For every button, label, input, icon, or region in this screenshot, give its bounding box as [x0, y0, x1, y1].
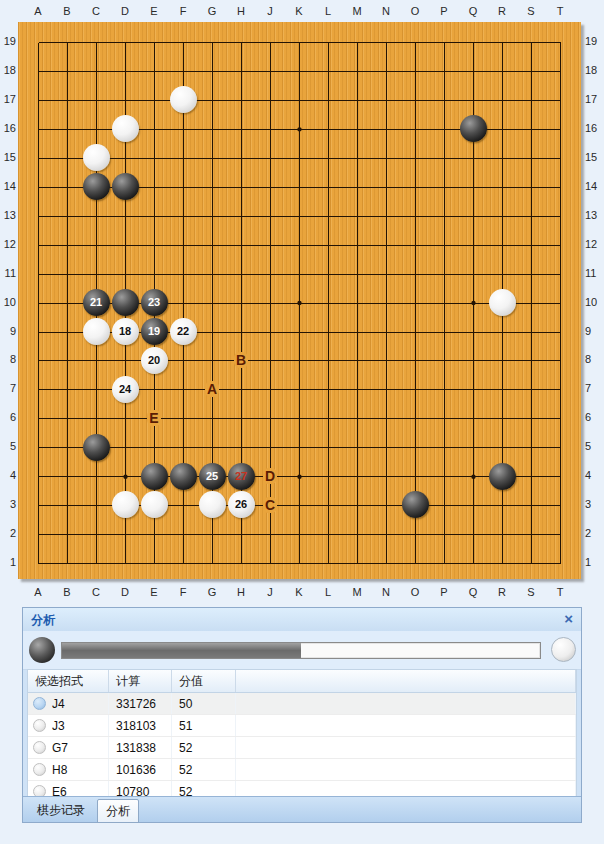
black-stone: 19: [141, 318, 168, 345]
point-E4[interactable]: [140, 462, 169, 491]
row-label-left-3: 3: [1, 498, 16, 510]
row-label-left-2: 2: [1, 527, 16, 539]
row-label-right-4: 4: [585, 469, 600, 481]
row-label-left-18: 18: [1, 64, 16, 76]
col-label-bottom-G: G: [202, 586, 222, 598]
winrate-bar-row: [23, 631, 581, 670]
marker-J4[interactable]: D: [256, 462, 285, 491]
row-label-right-7: 7: [585, 382, 600, 394]
header-empty: [236, 670, 576, 692]
point-F9[interactable]: 22: [169, 317, 198, 346]
col-label-bottom-T: T: [550, 586, 570, 598]
col-label-top-P: P: [434, 5, 454, 17]
row-label-left-7: 7: [1, 382, 16, 394]
candidate-empty-cell: [236, 715, 576, 736]
black-stone: [402, 491, 429, 518]
candidate-move-cell: H8: [28, 759, 109, 780]
candidate-ball-icon: [33, 741, 46, 754]
row-label-left-17: 17: [1, 93, 16, 105]
winrate-bar: [61, 642, 541, 659]
black-stone: 27: [228, 463, 255, 490]
row-label-left-12: 12: [1, 238, 16, 250]
white-stone: 26: [228, 491, 255, 518]
candidate-row-J4[interactable]: J433172650: [28, 693, 576, 715]
white-stone: [489, 289, 516, 316]
col-label-top-E: E: [144, 5, 164, 17]
row-label-left-16: 16: [1, 122, 16, 134]
black-stone: 23: [141, 289, 168, 316]
panel-title: 分析: [31, 612, 55, 629]
row-label-right-3: 3: [585, 498, 600, 510]
col-label-bottom-P: P: [434, 586, 454, 598]
row-label-right-15: 15: [585, 151, 600, 163]
candidate-move: J3: [52, 719, 65, 733]
point-C9[interactable]: [82, 317, 111, 346]
col-label-top-D: D: [115, 5, 135, 17]
row-label-left-10: 10: [1, 296, 16, 308]
marker-J3[interactable]: C: [256, 491, 285, 520]
candidate-row-G7[interactable]: G713183852: [28, 737, 576, 759]
row-label-left-19: 19: [1, 35, 16, 47]
point-D14[interactable]: [111, 172, 140, 201]
white-stone: [199, 491, 226, 518]
candidate-empty-cell: [236, 759, 576, 780]
candidate-marker-B: B: [234, 352, 248, 368]
point-C14[interactable]: [82, 172, 111, 201]
candidate-score: 52: [172, 759, 236, 780]
point-O3[interactable]: [401, 491, 430, 520]
row-label-left-8: 8: [1, 353, 16, 365]
point-G3[interactable]: [198, 491, 227, 520]
col-label-bottom-Q: Q: [463, 586, 483, 598]
tab-analysis[interactable]: 分析: [97, 799, 139, 823]
row-label-right-17: 17: [585, 93, 600, 105]
point-C15[interactable]: [82, 143, 111, 172]
white-stone: [112, 115, 139, 142]
candidate-empty-cell: [236, 737, 576, 758]
marker-G7[interactable]: A: [198, 375, 227, 404]
point-D9[interactable]: 18: [111, 317, 140, 346]
point-E8[interactable]: 20: [140, 346, 169, 375]
black-stone: 21: [83, 289, 110, 316]
col-label-bottom-K: K: [289, 586, 309, 598]
point-D16[interactable]: [111, 114, 140, 143]
candidate-ball-icon: [33, 763, 46, 776]
point-H4[interactable]: 27: [227, 462, 256, 491]
board-intersections[interactable]: 21231925271822202426ABCDE: [24, 28, 575, 578]
col-label-bottom-O: O: [405, 586, 425, 598]
go-analysis-app: 21231925271822202426ABCDE AABBCCDDEEFFGG…: [0, 0, 604, 844]
candidate-move-cell: G7: [28, 737, 109, 758]
candidate-computation: 101636: [109, 759, 172, 780]
col-label-top-L: L: [318, 5, 338, 17]
row-label-right-13: 13: [585, 209, 600, 221]
candidate-ball-icon: [33, 697, 46, 710]
row-label-right-8: 8: [585, 353, 600, 365]
point-Q16[interactable]: [459, 114, 488, 143]
row-label-left-15: 15: [1, 151, 16, 163]
tab-move-record[interactable]: 棋步记录: [29, 799, 93, 821]
point-D3[interactable]: [111, 491, 140, 520]
col-label-bottom-A: A: [28, 586, 48, 598]
col-label-bottom-J: J: [260, 586, 280, 598]
row-label-right-19: 19: [585, 35, 600, 47]
col-label-bottom-R: R: [492, 586, 512, 598]
winrate-bar-fill: [62, 643, 301, 658]
col-label-top-N: N: [376, 5, 396, 17]
white-stone: 20: [141, 347, 168, 374]
col-label-top-S: S: [521, 5, 541, 17]
col-label-top-J: J: [260, 5, 280, 17]
point-R4[interactable]: [488, 462, 517, 491]
marker-H8[interactable]: B: [227, 346, 256, 375]
candidate-score: 52: [172, 737, 236, 758]
candidate-move: G7: [52, 741, 68, 755]
col-label-bottom-N: N: [376, 586, 396, 598]
black-stone: [141, 463, 168, 490]
black-stone: [170, 463, 197, 490]
point-C10[interactable]: 21: [82, 288, 111, 317]
row-label-right-18: 18: [585, 64, 600, 76]
col-label-top-H: H: [231, 5, 251, 17]
col-label-bottom-M: M: [347, 586, 367, 598]
candidate-marker-D: D: [263, 468, 277, 484]
bottom-tab-strip: 棋步记录 分析: [23, 796, 581, 822]
point-R10[interactable]: [488, 288, 517, 317]
col-label-top-R: R: [492, 5, 512, 17]
candidate-empty-cell: [236, 693, 576, 714]
col-label-bottom-C: C: [86, 586, 106, 598]
point-F17[interactable]: [169, 85, 198, 114]
row-label-right-11: 11: [585, 267, 600, 279]
point-E3[interactable]: [140, 491, 169, 520]
candidate-marker-C: C: [263, 497, 277, 513]
candidate-move-cell: J3: [28, 715, 109, 736]
col-label-bottom-S: S: [521, 586, 541, 598]
row-label-left-14: 14: [1, 180, 16, 192]
white-stone-icon: [551, 637, 576, 662]
row-label-right-9: 9: [585, 325, 600, 337]
point-C5[interactable]: [82, 433, 111, 462]
point-D7[interactable]: 24: [111, 375, 140, 404]
row-label-left-6: 6: [1, 411, 16, 423]
point-F4[interactable]: [169, 462, 198, 491]
point-G4[interactable]: 25: [198, 462, 227, 491]
candidate-move: J4: [52, 697, 65, 711]
white-stone: [170, 86, 197, 113]
row-label-right-14: 14: [585, 180, 600, 192]
point-H3[interactable]: 26: [227, 491, 256, 520]
col-label-top-G: G: [202, 5, 222, 17]
row-label-left-13: 13: [1, 209, 16, 221]
point-D10[interactable]: [111, 288, 140, 317]
table-header-row: 候选招式 计算 分值: [28, 670, 576, 693]
candidate-computation: 331726: [109, 693, 172, 714]
row-label-right-12: 12: [585, 238, 600, 250]
table-body: J433172650J331810351G713183852H810163652…: [28, 693, 576, 799]
col-label-top-K: K: [289, 5, 309, 17]
black-stone-icon: [29, 637, 55, 663]
row-label-left-9: 9: [1, 325, 16, 337]
white-stone: [141, 491, 168, 518]
black-stone: [112, 289, 139, 316]
col-label-bottom-E: E: [144, 586, 164, 598]
row-label-right-5: 5: [585, 440, 600, 452]
row-label-right-1: 1: [585, 556, 600, 568]
close-icon[interactable]: ×: [564, 610, 573, 627]
candidate-row-H8[interactable]: H810163652: [28, 759, 576, 781]
header-score: 分值: [172, 670, 236, 692]
col-label-bottom-B: B: [57, 586, 77, 598]
col-label-bottom-H: H: [231, 586, 251, 598]
col-label-top-B: B: [57, 5, 77, 17]
white-stone: [112, 491, 139, 518]
candidate-move: H8: [52, 763, 67, 777]
candidate-marker-A: A: [205, 381, 219, 397]
black-stone: [489, 463, 516, 490]
white-stone: [83, 318, 110, 345]
point-E10[interactable]: 23: [140, 288, 169, 317]
white-stone: [83, 144, 110, 171]
white-stone: 18: [112, 318, 139, 345]
row-label-right-16: 16: [585, 122, 600, 134]
col-label-top-O: O: [405, 5, 425, 17]
col-label-top-M: M: [347, 5, 367, 17]
header-candidate-move: 候选招式: [28, 670, 109, 692]
candidate-move-cell: J4: [28, 693, 109, 714]
point-E9[interactable]: 19: [140, 317, 169, 346]
black-stone: [460, 115, 487, 142]
candidate-ball-icon: [33, 719, 46, 732]
col-label-bottom-L: L: [318, 586, 338, 598]
row-label-right-10: 10: [585, 296, 600, 308]
black-stone: 25: [199, 463, 226, 490]
white-stone: 22: [170, 318, 197, 345]
candidate-score: 50: [172, 693, 236, 714]
candidate-computation: 131838: [109, 737, 172, 758]
candidate-computation: 318103: [109, 715, 172, 736]
row-label-left-11: 11: [1, 267, 16, 279]
black-stone: [112, 173, 139, 200]
black-stone: [83, 173, 110, 200]
white-stone: 24: [112, 376, 139, 403]
candidate-row-J3[interactable]: J331810351: [28, 715, 576, 737]
analysis-panel: 分析 × 候选招式 计算 分值 J433172650J331810351G713…: [22, 607, 582, 823]
candidate-moves-table: 候选招式 计算 分值 J433172650J331810351G71318385…: [27, 669, 577, 799]
row-label-right-2: 2: [585, 527, 600, 539]
col-label-bottom-F: F: [173, 586, 193, 598]
row-label-left-4: 4: [1, 469, 16, 481]
col-label-top-T: T: [550, 5, 570, 17]
marker-E6[interactable]: E: [140, 404, 169, 433]
panel-title-bar: 分析 ×: [23, 608, 581, 631]
col-label-top-C: C: [86, 5, 106, 17]
col-label-bottom-D: D: [115, 586, 135, 598]
candidate-marker-E: E: [147, 410, 160, 426]
col-label-top-F: F: [173, 5, 193, 17]
col-label-top-Q: Q: [463, 5, 483, 17]
candidate-score: 51: [172, 715, 236, 736]
col-label-top-A: A: [28, 5, 48, 17]
row-label-left-1: 1: [1, 556, 16, 568]
black-stone: [83, 434, 110, 461]
header-computation: 计算: [109, 670, 172, 692]
row-label-right-6: 6: [585, 411, 600, 423]
row-label-left-5: 5: [1, 440, 16, 452]
